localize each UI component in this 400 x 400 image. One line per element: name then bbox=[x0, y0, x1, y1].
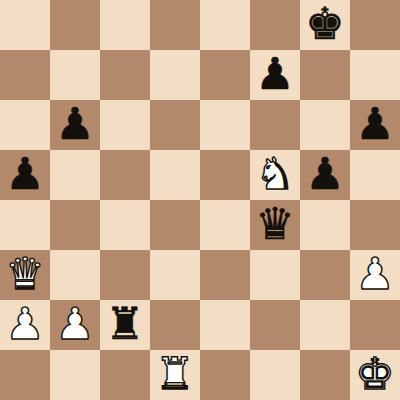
square-g4[interactable] bbox=[300, 200, 350, 250]
piece-black-king-g8[interactable]: ♚︎ bbox=[305, 2, 344, 46]
square-g8[interactable]: ♚︎ bbox=[300, 0, 350, 50]
square-f1[interactable] bbox=[250, 350, 300, 400]
piece-white-pawn-h3[interactable]: ♟︎ bbox=[355, 252, 394, 296]
piece-black-pawn-f7[interactable]: ♟︎ bbox=[255, 52, 294, 96]
square-b4[interactable] bbox=[50, 200, 100, 250]
square-f8[interactable] bbox=[250, 0, 300, 50]
square-d1[interactable]: ♜︎ bbox=[150, 350, 200, 400]
square-e3[interactable] bbox=[200, 250, 250, 300]
piece-black-rook-c2[interactable]: ♜︎ bbox=[105, 302, 144, 346]
square-e8[interactable] bbox=[200, 0, 250, 50]
square-e7[interactable] bbox=[200, 50, 250, 100]
square-e6[interactable] bbox=[200, 100, 250, 150]
piece-white-knight-f5[interactable]: ♞︎ bbox=[255, 152, 294, 196]
square-c7[interactable] bbox=[100, 50, 150, 100]
square-b5[interactable] bbox=[50, 150, 100, 200]
square-h6[interactable]: ♟︎ bbox=[350, 100, 400, 150]
square-g6[interactable] bbox=[300, 100, 350, 150]
square-h2[interactable] bbox=[350, 300, 400, 350]
piece-white-king-h1[interactable]: ♚︎ bbox=[355, 352, 394, 396]
square-d8[interactable] bbox=[150, 0, 200, 50]
square-e1[interactable] bbox=[200, 350, 250, 400]
piece-white-queen-a3[interactable]: ♛︎ bbox=[5, 252, 44, 296]
square-a6[interactable] bbox=[0, 100, 50, 150]
square-d2[interactable] bbox=[150, 300, 200, 350]
piece-black-pawn-h6[interactable]: ♟︎ bbox=[355, 102, 394, 146]
square-c3[interactable] bbox=[100, 250, 150, 300]
square-d6[interactable] bbox=[150, 100, 200, 150]
square-b6[interactable]: ♟︎ bbox=[50, 100, 100, 150]
piece-black-pawn-a5[interactable]: ♟︎ bbox=[5, 152, 44, 196]
square-g2[interactable] bbox=[300, 300, 350, 350]
square-c8[interactable] bbox=[100, 0, 150, 50]
square-f2[interactable] bbox=[250, 300, 300, 350]
square-a8[interactable] bbox=[0, 0, 50, 50]
square-b1[interactable] bbox=[50, 350, 100, 400]
square-g5[interactable]: ♟︎ bbox=[300, 150, 350, 200]
square-d5[interactable] bbox=[150, 150, 200, 200]
square-a5[interactable]: ♟︎ bbox=[0, 150, 50, 200]
square-e4[interactable] bbox=[200, 200, 250, 250]
square-a4[interactable] bbox=[0, 200, 50, 250]
square-f7[interactable]: ♟︎ bbox=[250, 50, 300, 100]
square-a1[interactable] bbox=[0, 350, 50, 400]
square-b2[interactable]: ♟︎ bbox=[50, 300, 100, 350]
square-g7[interactable] bbox=[300, 50, 350, 100]
square-f5[interactable]: ♞︎ bbox=[250, 150, 300, 200]
square-b8[interactable] bbox=[50, 0, 100, 50]
square-h7[interactable] bbox=[350, 50, 400, 100]
piece-white-rook-d1[interactable]: ♜︎ bbox=[155, 352, 194, 396]
square-a2[interactable]: ♟︎ bbox=[0, 300, 50, 350]
square-b7[interactable] bbox=[50, 50, 100, 100]
square-f4[interactable]: ♛︎ bbox=[250, 200, 300, 250]
square-c2[interactable]: ♜︎ bbox=[100, 300, 150, 350]
square-f3[interactable] bbox=[250, 250, 300, 300]
piece-black-queen-f4[interactable]: ♛︎ bbox=[255, 202, 294, 246]
piece-white-pawn-a2[interactable]: ♟︎ bbox=[5, 302, 44, 346]
piece-white-pawn-b2[interactable]: ♟︎ bbox=[55, 302, 94, 346]
square-g1[interactable] bbox=[300, 350, 350, 400]
square-c5[interactable] bbox=[100, 150, 150, 200]
square-h3[interactable]: ♟︎ bbox=[350, 250, 400, 300]
square-f6[interactable] bbox=[250, 100, 300, 150]
square-d4[interactable] bbox=[150, 200, 200, 250]
square-h4[interactable] bbox=[350, 200, 400, 250]
square-c6[interactable] bbox=[100, 100, 150, 150]
square-c4[interactable] bbox=[100, 200, 150, 250]
square-e2[interactable] bbox=[200, 300, 250, 350]
square-d7[interactable] bbox=[150, 50, 200, 100]
square-e5[interactable] bbox=[200, 150, 250, 200]
square-a7[interactable] bbox=[0, 50, 50, 100]
square-c1[interactable] bbox=[100, 350, 150, 400]
square-g3[interactable] bbox=[300, 250, 350, 300]
piece-black-pawn-g5[interactable]: ♟︎ bbox=[305, 152, 344, 196]
chess-board: ♚︎♟︎♟︎♟︎♟︎♞︎♟︎♛︎♛︎♟︎♟︎♟︎♜︎♜︎♚︎ bbox=[0, 0, 400, 400]
square-a3[interactable]: ♛︎ bbox=[0, 250, 50, 300]
square-h1[interactable]: ♚︎ bbox=[350, 350, 400, 400]
piece-black-pawn-b6[interactable]: ♟︎ bbox=[55, 102, 94, 146]
square-h5[interactable] bbox=[350, 150, 400, 200]
square-h8[interactable] bbox=[350, 0, 400, 50]
square-b3[interactable] bbox=[50, 250, 100, 300]
square-d3[interactable] bbox=[150, 250, 200, 300]
